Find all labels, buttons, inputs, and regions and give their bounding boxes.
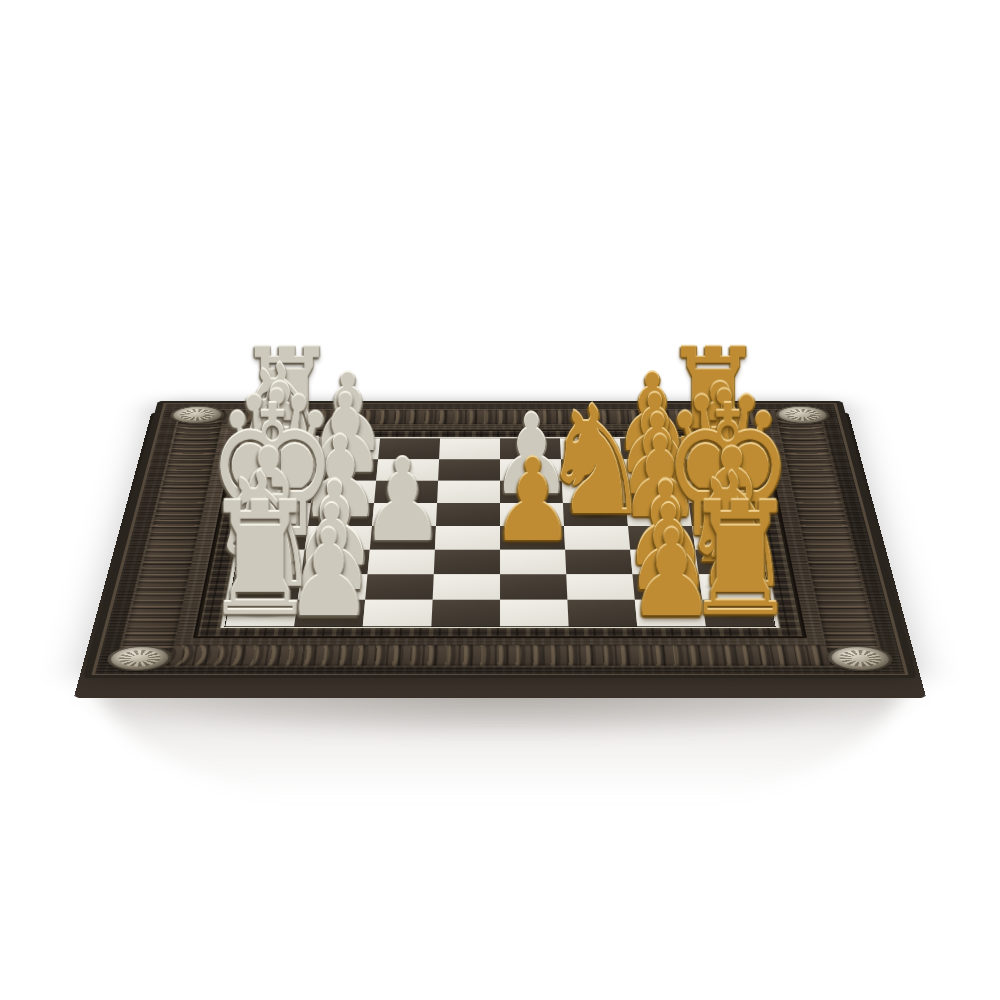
board-stage: ♜♟♟♜♞♟♟♝♟♟♝♛♟♞♟♛♚♟♟♚♝♟♟♝♞♟♟♞♜♟♟♜ [124, 150, 876, 902]
square-g4[interactable] [433, 574, 500, 599]
piece-white-pawn-h2[interactable]: ♟ [284, 523, 372, 625]
frame-frieze-front [119, 645, 881, 666]
square-e5[interactable]: ♟ [500, 526, 565, 550]
square-h7[interactable]: ♟ [635, 600, 706, 626]
piece-black-pawn-e5[interactable]: ♟ [491, 452, 575, 549]
square-f5[interactable] [500, 550, 566, 575]
square-f3[interactable] [368, 550, 435, 575]
piece-black-pawn-h7[interactable]: ♟ [627, 523, 715, 625]
chess-set-product-photo: ♜♟♟♜♞♟♟♝♟♟♝♛♟♞♟♛♚♟♟♚♝♟♟♝♞♟♟♞♜♟♟♜ [0, 0, 1000, 1000]
square-h2[interactable]: ♟ [294, 600, 365, 626]
square-f4[interactable] [434, 550, 500, 575]
board-frame: ♜♟♟♜♞♟♟♝♟♟♝♛♟♞♟♛♚♟♟♚♝♟♟♝♞♟♟♞♜♟♟♜ [83, 401, 917, 678]
square-g3[interactable] [365, 574, 434, 599]
corner-medallion-front-left [105, 646, 175, 671]
square-g5[interactable] [500, 574, 567, 599]
square-e3[interactable]: ♟ [370, 526, 436, 550]
corner-medallion-front-right [826, 646, 896, 671]
chessboard: ♜♟♟♜♞♟♟♝♟♟♝♛♟♞♟♛♚♟♟♚♝♟♟♝♞♟♟♞♜♟♟♜ [226, 438, 775, 626]
